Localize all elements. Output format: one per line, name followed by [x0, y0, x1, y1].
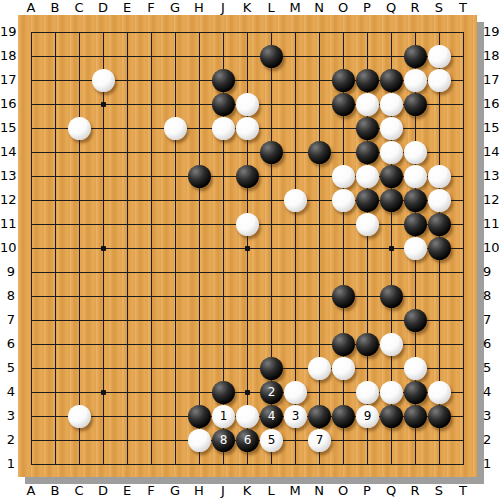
- row-label: 7: [0, 313, 15, 327]
- stone-black: [236, 165, 259, 188]
- stone-black: [332, 333, 355, 356]
- stone-white: [380, 141, 403, 164]
- move-number-label: 1: [220, 409, 228, 423]
- stone-black: [356, 141, 379, 164]
- stone-white: [164, 117, 187, 140]
- column-label: S: [429, 1, 449, 15]
- column-label: D: [93, 484, 113, 498]
- stone-black: [260, 45, 283, 68]
- row-label: 3: [0, 409, 15, 423]
- row-label: 10: [0, 241, 15, 255]
- stone-white: [332, 165, 355, 188]
- row-label: 11: [0, 217, 15, 231]
- column-label: K: [237, 484, 257, 498]
- go-board-app: 214398657 AABBCCDDEEFFGGHHJJKKLLMMNNOOPP…: [0, 0, 500, 500]
- row-label: 1: [483, 457, 500, 471]
- stone-white: [428, 69, 451, 92]
- stone-black: [332, 285, 355, 308]
- column-label: B: [45, 1, 65, 15]
- row-label: 19: [0, 25, 15, 39]
- row-label: 6: [483, 337, 500, 351]
- move-number-label: 8: [220, 433, 228, 447]
- row-label: 14: [483, 145, 500, 159]
- column-label: O: [333, 1, 353, 15]
- stone-white: 7: [308, 429, 331, 452]
- row-label: 5: [0, 361, 15, 375]
- row-label: 18: [483, 49, 500, 63]
- stone-white: [284, 189, 307, 212]
- stone-black: [404, 381, 427, 404]
- stone-black: [404, 93, 427, 116]
- row-label: 6: [0, 337, 15, 351]
- column-label: M: [285, 484, 305, 498]
- stone-black: [428, 405, 451, 428]
- column-label: L: [261, 1, 281, 15]
- column-label: H: [189, 1, 209, 15]
- row-label: 1: [0, 457, 15, 471]
- stone-white: [404, 237, 427, 260]
- stone-white: [428, 189, 451, 212]
- stone-black: 4: [260, 405, 283, 428]
- stone-black: [428, 237, 451, 260]
- column-label: L: [261, 484, 281, 498]
- stone-white: [332, 357, 355, 380]
- stone-black: [308, 141, 331, 164]
- row-label: 5: [483, 361, 500, 375]
- row-label: 11: [483, 217, 500, 231]
- stone-black: [404, 213, 427, 236]
- stone-black: [308, 405, 331, 428]
- stone-black: [380, 189, 403, 212]
- star-point: [245, 390, 250, 395]
- row-label: 3: [483, 409, 500, 423]
- column-label: C: [69, 1, 89, 15]
- row-label: 9: [483, 265, 500, 279]
- row-label: 12: [483, 193, 500, 207]
- stone-white: [68, 405, 91, 428]
- row-label: 17: [0, 73, 15, 87]
- row-label: 7: [483, 313, 500, 327]
- column-label: D: [93, 1, 113, 15]
- move-number-label: 7: [316, 433, 324, 447]
- column-label: N: [309, 484, 329, 498]
- star-point: [101, 102, 106, 107]
- stone-white: 1: [212, 405, 235, 428]
- board-grid: 214398657: [31, 32, 464, 465]
- stone-white: [308, 357, 331, 380]
- column-label: T: [453, 484, 473, 498]
- column-label: K: [237, 1, 257, 15]
- stone-white: [236, 405, 259, 428]
- row-label: 14: [0, 145, 15, 159]
- stone-white: [356, 213, 379, 236]
- row-label: 8: [483, 289, 500, 303]
- column-label: A: [21, 1, 41, 15]
- stone-black: [404, 309, 427, 332]
- stone-white: [92, 69, 115, 92]
- row-label: 17: [483, 73, 500, 87]
- move-number-label: 3: [292, 409, 300, 423]
- stone-white: [404, 69, 427, 92]
- column-label: C: [69, 484, 89, 498]
- stone-white: [428, 165, 451, 188]
- stone-black: [260, 357, 283, 380]
- stone-black: [356, 189, 379, 212]
- stone-white: [236, 213, 259, 236]
- row-label: 16: [483, 97, 500, 111]
- column-label: B: [45, 484, 65, 498]
- stone-black: [356, 117, 379, 140]
- row-label: 4: [0, 385, 15, 399]
- stone-black: [380, 165, 403, 188]
- row-label: 2: [483, 433, 500, 447]
- stone-black: [188, 165, 211, 188]
- star-point: [245, 246, 250, 251]
- move-number-label: 5: [268, 433, 276, 447]
- stone-white: [236, 93, 259, 116]
- column-label: J: [213, 1, 233, 15]
- row-label: 19: [483, 25, 500, 39]
- stone-black: [404, 45, 427, 68]
- column-label: R: [405, 1, 425, 15]
- move-number-label: 2: [268, 385, 276, 399]
- column-label: S: [429, 484, 449, 498]
- column-label: Q: [381, 1, 401, 15]
- column-label: O: [333, 484, 353, 498]
- stone-white: [380, 93, 403, 116]
- column-label: G: [165, 484, 185, 498]
- stone-white: [380, 381, 403, 404]
- star-point: [101, 246, 106, 251]
- stone-black: [212, 93, 235, 116]
- stone-black: [356, 333, 379, 356]
- stone-white: 3: [284, 405, 307, 428]
- column-label: Q: [381, 484, 401, 498]
- stone-black: 8: [212, 429, 235, 452]
- stone-white: [380, 333, 403, 356]
- column-label: A: [21, 484, 41, 498]
- stone-black: [260, 141, 283, 164]
- stone-white: [428, 381, 451, 404]
- stone-white: 9: [356, 405, 379, 428]
- column-label: F: [141, 1, 161, 15]
- column-label: E: [117, 1, 137, 15]
- stone-black: [380, 405, 403, 428]
- row-label: 8: [0, 289, 15, 303]
- row-label: 10: [483, 241, 500, 255]
- column-label: F: [141, 484, 161, 498]
- stone-white: [404, 165, 427, 188]
- column-label: T: [453, 1, 473, 15]
- stone-white: [356, 165, 379, 188]
- row-label: 13: [483, 169, 500, 183]
- stone-white: [68, 117, 91, 140]
- stone-black: [332, 69, 355, 92]
- stone-black: [188, 405, 211, 428]
- row-label: 18: [0, 49, 15, 63]
- stone-white: [428, 45, 451, 68]
- stone-black: [356, 69, 379, 92]
- stone-white: 5: [260, 429, 283, 452]
- column-label: P: [357, 484, 377, 498]
- column-label: R: [405, 484, 425, 498]
- column-label: J: [213, 484, 233, 498]
- stone-black: [404, 405, 427, 428]
- move-number-label: 6: [244, 433, 252, 447]
- column-label: G: [165, 1, 185, 15]
- stone-white: [236, 117, 259, 140]
- stone-black: [212, 69, 235, 92]
- row-label: 15: [0, 121, 15, 135]
- stone-black: [380, 69, 403, 92]
- stone-white: [356, 93, 379, 116]
- stone-white: [212, 117, 235, 140]
- column-label: M: [285, 1, 305, 15]
- row-label: 4: [483, 385, 500, 399]
- stone-black: 2: [260, 381, 283, 404]
- stone-black: [404, 189, 427, 212]
- stone-black: [332, 93, 355, 116]
- stone-black: 6: [236, 429, 259, 452]
- stone-white: [404, 357, 427, 380]
- star-point: [101, 390, 106, 395]
- go-board[interactable]: 214398657: [18, 15, 477, 477]
- row-label: 15: [483, 121, 500, 135]
- stone-black: [332, 405, 355, 428]
- row-label: 16: [0, 97, 15, 111]
- row-label: 2: [0, 433, 15, 447]
- stone-white: [404, 141, 427, 164]
- row-label: 12: [0, 193, 15, 207]
- stone-black: [428, 213, 451, 236]
- stone-white: [356, 381, 379, 404]
- row-label: 9: [0, 265, 15, 279]
- column-label: N: [309, 1, 329, 15]
- stone-white: [332, 189, 355, 212]
- column-label: E: [117, 484, 137, 498]
- stone-black: [380, 285, 403, 308]
- column-label: P: [357, 1, 377, 15]
- column-label: H: [189, 484, 209, 498]
- stone-white: [380, 117, 403, 140]
- move-number-label: 9: [364, 409, 372, 423]
- star-point: [389, 246, 394, 251]
- stone-black: [212, 381, 235, 404]
- stone-white: [284, 381, 307, 404]
- row-label: 13: [0, 169, 15, 183]
- move-number-label: 4: [268, 409, 276, 423]
- stone-white: [188, 429, 211, 452]
